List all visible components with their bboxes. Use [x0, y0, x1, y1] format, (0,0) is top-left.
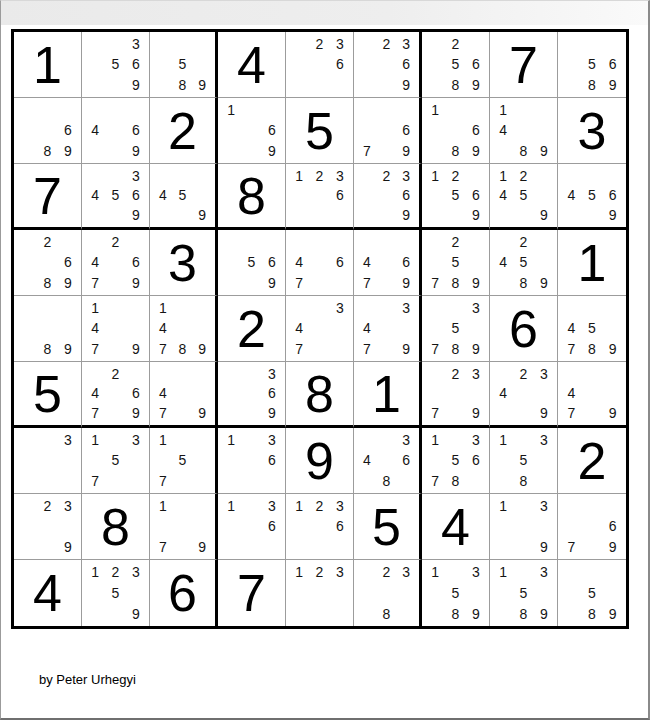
empty-subcell: [357, 471, 377, 491]
candidate-9: 9: [534, 537, 554, 557]
cell-r9c2[interactable]: 12359: [82, 560, 150, 626]
cell-r7c8[interactable]: 1358: [490, 428, 558, 494]
pencil-marks: 135678: [422, 428, 489, 493]
candidate-2: 2: [105, 364, 125, 384]
empty-subcell: [192, 384, 212, 404]
cell-r2c6[interactable]: 679: [354, 98, 422, 164]
empty-subcell: [445, 384, 465, 404]
empty-subcell: [37, 100, 57, 120]
candidate-5: 5: [445, 450, 465, 470]
candidate-4: 4: [561, 318, 582, 338]
empty-subcell: [192, 34, 212, 54]
pencil-marks: 123: [286, 560, 353, 626]
candidate-8: 8: [513, 471, 533, 491]
candidate-5: 5: [445, 318, 465, 338]
empty-subcell: [561, 364, 582, 384]
cell-r1c3[interactable]: 589: [150, 32, 218, 98]
cell-r5c9[interactable]: 45789: [558, 296, 626, 362]
cell-r6c5[interactable]: 8: [286, 362, 354, 428]
empty-subcell: [357, 34, 377, 54]
cell-r1c2[interactable]: 3569: [82, 32, 150, 98]
cell-r7c1[interactable]: 3: [14, 428, 82, 494]
empty-subcell: [309, 75, 329, 95]
cell-r7c5[interactable]: 9: [286, 428, 354, 494]
cell-r2c9[interactable]: 3: [558, 98, 626, 164]
pencil-marks: 24589: [490, 230, 557, 295]
empty-subcell: [17, 232, 37, 252]
cell-r5c5[interactable]: 347: [286, 296, 354, 362]
empty-subcell: [561, 75, 582, 95]
empty-subcell: [105, 75, 125, 95]
pencil-marks: 2379: [422, 362, 489, 425]
cell-r5c3[interactable]: 14789: [150, 296, 218, 362]
empty-subcell: [126, 583, 146, 604]
empty-subcell: [377, 141, 397, 161]
cell-r6c1[interactable]: 5: [14, 362, 82, 428]
cell-r4c6[interactable]: 4679: [354, 230, 422, 296]
pencil-marks: 236: [286, 32, 353, 97]
empty-subcell: [582, 34, 603, 54]
given-digit: 4: [14, 560, 81, 626]
empty-subcell: [582, 516, 603, 536]
cell-r8c6[interactable]: 5: [354, 494, 422, 560]
empty-subcell: [513, 562, 533, 583]
empty-subcell: [58, 516, 78, 536]
candidate-4: 4: [357, 252, 377, 272]
cell-r3c4[interactable]: 8: [218, 164, 286, 230]
pencil-marks: 1358: [490, 428, 557, 493]
pencil-marks: 1489: [490, 98, 557, 163]
candidate-6: 6: [126, 252, 146, 272]
cell-r3c7[interactable]: 12569: [422, 164, 490, 230]
cell-r8c4[interactable]: 136: [218, 494, 286, 560]
empty-subcell: [173, 318, 193, 338]
cell-r4c9[interactable]: 1: [558, 230, 626, 296]
cell-r4c5[interactable]: 467: [286, 230, 354, 296]
candidate-3: 3: [262, 496, 282, 516]
pencil-marks: 2689: [14, 230, 81, 295]
candidate-7: 7: [561, 339, 582, 359]
empty-subcell: [513, 100, 533, 120]
cell-r2c1[interactable]: 689: [14, 98, 82, 164]
candidate-5: 5: [105, 54, 125, 74]
cell-r1c7[interactable]: 25689: [422, 32, 490, 98]
cell-r9c6[interactable]: 238: [354, 560, 422, 626]
empty-subcell: [396, 232, 416, 252]
pencil-marks: 1236: [286, 494, 353, 559]
empty-subcell: [309, 54, 329, 74]
empty-subcell: [241, 100, 261, 120]
empty-subcell: [221, 403, 241, 423]
candidate-9: 9: [534, 403, 554, 423]
candidate-6: 6: [58, 120, 78, 140]
candidate-1: 1: [85, 430, 105, 450]
candidate-6: 6: [126, 384, 146, 404]
empty-subcell: [445, 562, 465, 583]
candidate-1: 1: [425, 430, 445, 450]
cell-r1c9[interactable]: 5689: [558, 32, 626, 98]
cell-r3c8[interactable]: 12459: [490, 164, 558, 230]
cell-r1c4[interactable]: 4: [218, 32, 286, 98]
candidate-3: 3: [58, 496, 78, 516]
empty-subcell: [289, 75, 309, 95]
empty-subcell: [105, 34, 125, 54]
empty-subcell: [425, 141, 445, 161]
empty-subcell: [330, 603, 350, 624]
empty-subcell: [105, 318, 125, 338]
empty-subcell: [377, 273, 397, 293]
candidate-7: 7: [561, 537, 582, 557]
candidate-9: 9: [126, 603, 146, 624]
cell-r8c2[interactable]: 8: [82, 494, 150, 560]
cell-r4c4[interactable]: 569: [218, 230, 286, 296]
candidate-7: 7: [153, 471, 173, 491]
empty-subcell: [582, 298, 603, 318]
cell-r5c8[interactable]: 6: [490, 296, 558, 362]
empty-subcell: [241, 273, 261, 293]
candidate-8: 8: [582, 603, 603, 624]
empty-subcell: [377, 205, 397, 225]
empty-subcell: [561, 516, 582, 536]
empty-subcell: [289, 603, 309, 624]
empty-subcell: [262, 537, 282, 557]
candidate-8: 8: [513, 273, 533, 293]
cell-r1c5[interactable]: 236: [286, 32, 354, 98]
empty-subcell: [126, 100, 146, 120]
candidate-8: 8: [445, 141, 465, 161]
candidate-5: 5: [513, 583, 533, 604]
empty-subcell: [425, 603, 445, 624]
cell-r9c3[interactable]: 6: [150, 560, 218, 626]
candidate-9: 9: [466, 75, 486, 95]
empty-subcell: [126, 450, 146, 470]
empty-subcell: [173, 516, 193, 536]
pencil-marks: 12459: [490, 164, 557, 227]
candidate-9: 9: [192, 339, 212, 359]
candidate-4: 4: [289, 252, 309, 272]
cell-r4c7[interactable]: 25789: [422, 230, 490, 296]
empty-subcell: [37, 450, 57, 470]
pencil-marks: 24679: [82, 362, 149, 425]
empty-subcell: [105, 120, 125, 140]
candidate-1: 1: [289, 496, 309, 516]
candidate-9: 9: [58, 141, 78, 161]
empty-subcell: [513, 516, 533, 536]
candidate-8: 8: [173, 339, 193, 359]
cell-r9c1[interactable]: 4: [14, 560, 82, 626]
empty-subcell: [173, 34, 193, 54]
empty-subcell: [126, 364, 146, 384]
empty-subcell: [309, 603, 329, 624]
empty-subcell: [425, 384, 445, 404]
pencil-marks: 589: [558, 560, 626, 626]
candidate-5: 5: [105, 583, 125, 604]
empty-subcell: [425, 75, 445, 95]
empty-subcell: [425, 583, 445, 604]
cell-r6c8[interactable]: 2349: [490, 362, 558, 428]
candidate-8: 8: [445, 273, 465, 293]
pencil-marks: 25789: [422, 230, 489, 295]
pencil-marks: 2369: [354, 164, 419, 227]
cell-r9c8[interactable]: 13589: [490, 560, 558, 626]
candidate-6: 6: [602, 186, 623, 206]
empty-subcell: [289, 54, 309, 74]
candidate-5: 5: [582, 186, 603, 206]
cell-r3c9[interactable]: 4569: [558, 164, 626, 230]
empty-subcell: [37, 537, 57, 557]
cell-r7c2[interactable]: 1357: [82, 428, 150, 494]
cell-r9c9[interactable]: 589: [558, 560, 626, 626]
empty-subcell: [17, 471, 37, 491]
empty-subcell: [602, 496, 623, 516]
pencil-marks: 157: [150, 428, 215, 493]
pencil-marks: 4569: [558, 164, 626, 227]
empty-subcell: [241, 141, 261, 161]
empty-subcell: [425, 54, 445, 74]
empty-subcell: [173, 496, 193, 516]
pencil-marks: 479: [558, 362, 626, 425]
empty-subcell: [241, 232, 261, 252]
empty-subcell: [17, 496, 37, 516]
empty-subcell: [582, 496, 603, 516]
candidate-9: 9: [58, 273, 78, 293]
empty-subcell: [534, 100, 554, 120]
empty-subcell: [37, 318, 57, 338]
cell-r8c7[interactable]: 4: [422, 494, 490, 560]
cell-r3c3[interactable]: 459: [150, 164, 218, 230]
candidate-9: 9: [602, 205, 623, 225]
candidate-3: 3: [466, 364, 486, 384]
empty-subcell: [58, 232, 78, 252]
candidate-3: 3: [262, 430, 282, 450]
cell-r7c9[interactable]: 2: [558, 428, 626, 494]
candidate-9: 9: [602, 403, 623, 423]
cell-r1c8[interactable]: 7: [490, 32, 558, 98]
cell-r6c7[interactable]: 2379: [422, 362, 490, 428]
empty-subcell: [37, 252, 57, 272]
cell-r2c2[interactable]: 469: [82, 98, 150, 164]
empty-subcell: [602, 364, 623, 384]
empty-subcell: [602, 34, 623, 54]
given-digit: 1: [558, 230, 626, 295]
empty-subcell: [377, 430, 397, 450]
empty-subcell: [602, 318, 623, 338]
empty-subcell: [425, 364, 445, 384]
cell-r8c8[interactable]: 139: [490, 494, 558, 560]
cell-r5c1[interactable]: 89: [14, 296, 82, 362]
empty-subcell: [173, 166, 193, 186]
cell-r1c1[interactable]: 1: [14, 32, 82, 98]
candidate-6: 6: [466, 186, 486, 206]
cell-r2c8[interactable]: 1489: [490, 98, 558, 164]
empty-subcell: [602, 583, 623, 604]
empty-subcell: [330, 205, 350, 225]
candidate-6: 6: [396, 54, 416, 74]
candidate-3: 3: [466, 562, 486, 583]
empty-subcell: [466, 384, 486, 404]
candidate-1: 1: [221, 496, 241, 516]
cell-r3c2[interactable]: 34569: [82, 164, 150, 230]
empty-subcell: [377, 186, 397, 206]
candidate-9: 9: [534, 603, 554, 624]
empty-subcell: [357, 166, 377, 186]
empty-subcell: [561, 562, 582, 583]
cell-r7c6[interactable]: 3468: [354, 428, 422, 494]
cell-r1c6[interactable]: 2369: [354, 32, 422, 98]
empty-subcell: [173, 537, 193, 557]
candidate-4: 4: [153, 318, 173, 338]
empty-subcell: [289, 516, 309, 536]
candidate-3: 3: [466, 298, 486, 318]
candidate-1: 1: [153, 430, 173, 450]
candidate-3: 3: [330, 166, 350, 186]
empty-subcell: [330, 583, 350, 604]
cell-r3c1[interactable]: 7: [14, 164, 82, 230]
cell-r4c3[interactable]: 3: [150, 230, 218, 296]
candidate-9: 9: [192, 537, 212, 557]
cell-r8c9[interactable]: 679: [558, 494, 626, 560]
empty-subcell: [396, 471, 416, 491]
candidate-5: 5: [173, 186, 193, 206]
cell-r9c4[interactable]: 7: [218, 560, 286, 626]
empty-subcell: [582, 364, 603, 384]
cell-r6c2[interactable]: 24679: [82, 362, 150, 428]
empty-subcell: [493, 141, 513, 161]
candidate-1: 1: [289, 166, 309, 186]
candidate-2: 2: [445, 166, 465, 186]
cell-r6c6[interactable]: 1: [354, 362, 422, 428]
cell-r5c4[interactable]: 2: [218, 296, 286, 362]
empty-subcell: [534, 471, 554, 491]
empty-subcell: [330, 537, 350, 557]
cell-r8c3[interactable]: 179: [150, 494, 218, 560]
empty-subcell: [357, 54, 377, 74]
empty-subcell: [425, 450, 445, 470]
cell-r5c6[interactable]: 3479: [354, 296, 422, 362]
candidate-9: 9: [262, 273, 282, 293]
cell-r4c2[interactable]: 24679: [82, 230, 150, 296]
cell-r6c3[interactable]: 479: [150, 362, 218, 428]
empty-subcell: [105, 100, 125, 120]
cell-r6c9[interactable]: 479: [558, 362, 626, 428]
empty-subcell: [126, 471, 146, 491]
cell-r2c3[interactable]: 2: [150, 98, 218, 164]
given-digit: 3: [150, 230, 215, 295]
empty-subcell: [105, 471, 125, 491]
empty-subcell: [192, 364, 212, 384]
empty-subcell: [105, 166, 125, 186]
candidate-5: 5: [445, 186, 465, 206]
empty-subcell: [241, 430, 261, 450]
empty-subcell: [192, 186, 212, 206]
cell-r2c5[interactable]: 5: [286, 98, 354, 164]
empty-subcell: [105, 252, 125, 272]
candidate-6: 6: [262, 120, 282, 140]
cell-r6c4[interactable]: 369: [218, 362, 286, 428]
candidate-6: 6: [396, 186, 416, 206]
empty-subcell: [85, 450, 105, 470]
pencil-marks: 1689: [422, 98, 489, 163]
cell-r4c8[interactable]: 24589: [490, 230, 558, 296]
candidate-9: 9: [466, 273, 486, 293]
candidate-4: 4: [357, 450, 377, 470]
pencil-marks: 169: [218, 98, 285, 163]
empty-subcell: [37, 471, 57, 491]
pencil-marks: 13589: [490, 560, 557, 626]
candidate-1: 1: [493, 496, 513, 516]
candidate-9: 9: [534, 273, 554, 293]
empty-subcell: [396, 318, 416, 338]
pencil-marks: 24679: [82, 230, 149, 295]
candidate-1: 1: [85, 562, 105, 583]
empty-subcell: [17, 339, 37, 359]
candidate-2: 2: [445, 232, 465, 252]
cell-r2c7[interactable]: 1689: [422, 98, 490, 164]
pencil-marks: 14789: [150, 296, 215, 361]
candidate-4: 4: [85, 186, 105, 206]
candidate-9: 9: [466, 339, 486, 359]
given-digit: 2: [558, 428, 626, 493]
cell-r8c1[interactable]: 239: [14, 494, 82, 560]
empty-subcell: [377, 583, 397, 604]
empty-subcell: [582, 166, 603, 186]
empty-subcell: [357, 75, 377, 95]
cell-r7c4[interactable]: 136: [218, 428, 286, 494]
empty-subcell: [221, 516, 241, 536]
empty-subcell: [534, 166, 554, 186]
cell-r9c5[interactable]: 123: [286, 560, 354, 626]
cell-r7c3[interactable]: 157: [150, 428, 218, 494]
empty-subcell: [377, 232, 397, 252]
candidate-9: 9: [262, 403, 282, 423]
candidate-4: 4: [493, 384, 513, 404]
empty-subcell: [58, 318, 78, 338]
empty-subcell: [357, 583, 377, 604]
candidate-7: 7: [425, 339, 445, 359]
candidate-8: 8: [377, 603, 397, 624]
cell-r3c5[interactable]: 1236: [286, 164, 354, 230]
cell-r9c7[interactable]: 13589: [422, 560, 490, 626]
cell-r3c6[interactable]: 2369: [354, 164, 422, 230]
empty-subcell: [192, 318, 212, 338]
candidate-3: 3: [126, 562, 146, 583]
cell-r7c7[interactable]: 135678: [422, 428, 490, 494]
candidate-3: 3: [396, 34, 416, 54]
pencil-marks: 467: [286, 230, 353, 295]
cell-r8c5[interactable]: 1236: [286, 494, 354, 560]
cell-r5c2[interactable]: 1479: [82, 296, 150, 362]
cell-r5c7[interactable]: 35789: [422, 296, 490, 362]
empty-subcell: [357, 232, 377, 252]
empty-subcell: [241, 364, 261, 384]
candidate-6: 6: [396, 120, 416, 140]
cell-r2c4[interactable]: 169: [218, 98, 286, 164]
empty-subcell: [377, 339, 397, 359]
page-top-strip: [1, 1, 648, 25]
empty-subcell: [493, 232, 513, 252]
empty-subcell: [396, 603, 416, 624]
candidate-9: 9: [58, 339, 78, 359]
empty-subcell: [513, 537, 533, 557]
empty-subcell: [513, 430, 533, 450]
candidate-7: 7: [289, 273, 309, 293]
given-digit: 1: [354, 362, 419, 425]
candidate-2: 2: [513, 364, 533, 384]
given-digit: 2: [218, 296, 285, 361]
cell-r4c1[interactable]: 2689: [14, 230, 82, 296]
empty-subcell: [192, 54, 212, 74]
empty-subcell: [58, 471, 78, 491]
